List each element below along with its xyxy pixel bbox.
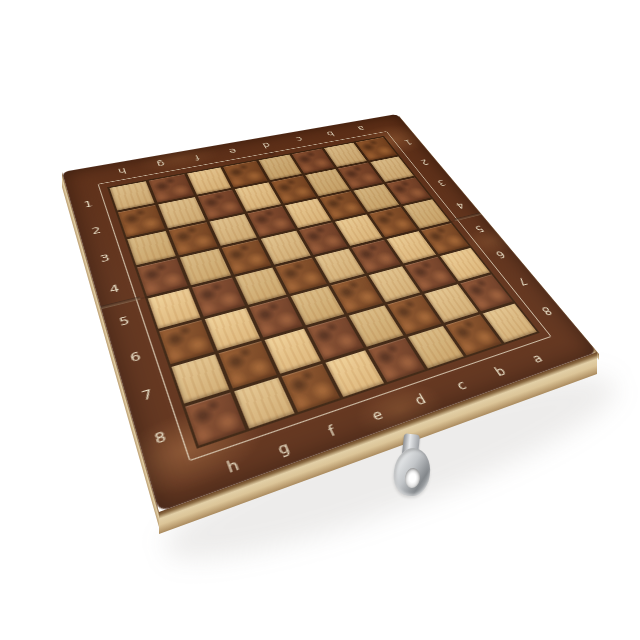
rank-label-left-1: 1 xyxy=(83,199,94,209)
rank-label-right-3: 3 xyxy=(435,179,447,187)
rank-label-left-7: 7 xyxy=(140,386,155,402)
file-label-top-h: h xyxy=(117,166,128,175)
rank-label-right-5: 5 xyxy=(473,224,486,234)
file-label-bottom-g: g xyxy=(275,438,291,456)
rank-label-right-1: 1 xyxy=(402,139,413,146)
file-label-bottom-d: d xyxy=(412,391,428,406)
fold-seam-right-notch xyxy=(453,212,481,221)
file-label-top-g: g xyxy=(155,160,166,168)
file-label-top-e: e xyxy=(227,147,237,155)
file-label-top-c: c xyxy=(294,136,304,143)
rank-label-right-2: 2 xyxy=(418,158,429,166)
file-label-bottom-f: f xyxy=(325,422,337,437)
file-label-top-d: d xyxy=(261,141,272,149)
file-label-bottom-e: e xyxy=(369,406,385,422)
rank-label-left-4: 4 xyxy=(108,282,121,294)
file-label-bottom-b: b xyxy=(492,363,508,377)
rank-label-left-5: 5 xyxy=(118,314,131,327)
rank-label-right-4: 4 xyxy=(453,201,465,210)
rank-label-right-7: 7 xyxy=(515,276,529,287)
rank-label-left-6: 6 xyxy=(128,349,142,364)
file-label-bottom-c: c xyxy=(453,377,468,391)
rank-label-left-3: 3 xyxy=(99,252,111,263)
fold-seam-left-notch xyxy=(100,296,140,309)
rank-label-left-2: 2 xyxy=(90,225,102,235)
rank-label-right-6: 6 xyxy=(493,250,507,260)
file-label-top-b: b xyxy=(325,130,336,137)
rank-label-left-8: 8 xyxy=(152,428,167,446)
file-label-bottom-a: a xyxy=(529,351,544,364)
product-photo-scene: 11hh22gg33ff44ee55dd66cc77bb88aa xyxy=(0,0,640,640)
file-label-top-f: f xyxy=(194,154,201,162)
file-label-top-a: a xyxy=(356,125,366,132)
file-label-bottom-h: h xyxy=(224,456,240,475)
rank-label-right-8: 8 xyxy=(539,305,554,317)
